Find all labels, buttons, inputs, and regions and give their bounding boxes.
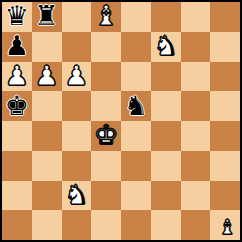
square-g2[interactable] [181,181,211,211]
square-a4[interactable] [2,121,32,151]
square-a2[interactable] [2,181,32,211]
white-king-d4[interactable]: ♚ [94,121,118,148]
square-c6[interactable]: ♟ [62,62,92,92]
white-pawn-a6[interactable]: ♟ [5,62,29,89]
square-g3[interactable] [181,151,211,181]
square-e2[interactable] [121,181,151,211]
square-c3[interactable] [62,151,92,181]
square-e1[interactable] [121,210,151,240]
square-b4[interactable] [32,121,62,151]
white-pawn-b6[interactable]: ♟ [35,62,59,89]
square-d6[interactable] [91,62,121,92]
square-d2[interactable] [91,181,121,211]
square-b8[interactable]: ♜ [32,2,62,32]
square-f2[interactable] [151,181,181,211]
square-e8[interactable] [121,2,151,32]
square-f1[interactable] [151,210,181,240]
square-d3[interactable] [91,151,121,181]
square-f8[interactable] [151,2,181,32]
square-b6[interactable]: ♟ [32,62,62,92]
square-c7[interactable] [62,32,92,62]
square-g4[interactable] [181,121,211,151]
square-h7[interactable] [210,32,240,62]
white-bishop-d8[interactable]: ♝ [94,2,118,29]
square-b2[interactable] [32,181,62,211]
black-king-a5[interactable]: ♚ [5,92,29,119]
square-f5[interactable] [151,91,181,121]
square-h6[interactable] [210,62,240,92]
square-a1[interactable] [2,210,32,240]
square-c2[interactable]: ♞ [62,181,92,211]
square-g5[interactable] [181,91,211,121]
square-f3[interactable] [151,151,181,181]
square-h1[interactable]: ♝ [210,210,240,240]
square-a6[interactable]: ♟ [2,62,32,92]
square-e4[interactable] [121,121,151,151]
square-g7[interactable] [181,32,211,62]
square-d5[interactable] [91,91,121,121]
square-a3[interactable] [2,151,32,181]
white-knight-f7[interactable]: ♞ [154,32,178,59]
square-g6[interactable] [181,62,211,92]
black-rook-b8[interactable]: ♜ [35,2,59,29]
square-b3[interactable] [32,151,62,181]
square-a8[interactable]: ♛ [2,2,32,32]
square-d1[interactable] [91,210,121,240]
square-f4[interactable] [151,121,181,151]
square-f7[interactable]: ♞ [151,32,181,62]
square-d4[interactable]: ♚ [91,121,121,151]
square-c1[interactable] [62,210,92,240]
chess-board: ♛♜♝♟♞♟♟♟♚♞♚♞♝ [0,0,242,242]
square-c8[interactable] [62,2,92,32]
white-knight-c2[interactable]: ♞ [64,181,88,208]
square-d8[interactable]: ♝ [91,2,121,32]
square-g1[interactable] [181,210,211,240]
square-g8[interactable] [181,2,211,32]
square-h3[interactable] [210,151,240,181]
square-h2[interactable] [210,181,240,211]
square-h5[interactable] [210,91,240,121]
black-pawn-a7[interactable]: ♟ [5,32,29,59]
square-c5[interactable] [62,91,92,121]
black-queen-a8[interactable]: ♛ [5,2,29,29]
black-knight-e5[interactable]: ♞ [124,92,148,119]
square-e6[interactable] [121,62,151,92]
white-pawn-c6[interactable]: ♟ [64,62,88,89]
square-b7[interactable] [32,32,62,62]
square-d7[interactable] [91,32,121,62]
square-b1[interactable] [32,210,62,240]
square-e3[interactable] [121,151,151,181]
square-b5[interactable] [32,91,62,121]
white-bishop-h1[interactable]: ♝ [218,217,236,237]
square-e7[interactable] [121,32,151,62]
square-c4[interactable] [62,121,92,151]
square-f6[interactable] [151,62,181,92]
square-e5[interactable]: ♞ [121,91,151,121]
square-a7[interactable]: ♟ [2,32,32,62]
square-h4[interactable] [210,121,240,151]
square-a5[interactable]: ♚ [2,91,32,121]
square-h8[interactable] [210,2,240,32]
